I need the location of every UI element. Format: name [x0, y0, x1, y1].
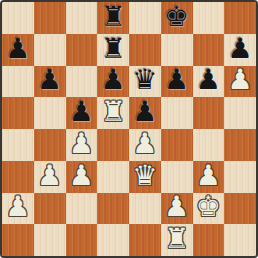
square-a2[interactable]: ♟ — [2, 193, 34, 225]
piece-black-pawn-f6[interactable]: ♟ — [164, 66, 189, 94]
piece-white-pawn-a2[interactable]: ♟ — [5, 193, 30, 221]
piece-white-queen-e3[interactable]: ♛ — [132, 162, 157, 190]
square-e4[interactable]: ♟ — [129, 129, 161, 161]
square-h7[interactable]: ♟ — [224, 34, 256, 66]
square-f7[interactable] — [161, 34, 193, 66]
piece-black-pawn-a7[interactable]: ♟ — [5, 35, 30, 63]
square-g3[interactable]: ♟ — [193, 161, 225, 193]
square-e5[interactable]: ♟ — [129, 97, 161, 129]
square-a7[interactable]: ♟ — [2, 34, 34, 66]
piece-white-pawn-h6[interactable]: ♟ — [228, 66, 253, 94]
square-a5[interactable] — [2, 97, 34, 129]
square-c1[interactable] — [66, 224, 98, 256]
square-a1[interactable] — [2, 224, 34, 256]
square-d8[interactable]: ♜ — [97, 2, 129, 34]
square-f5[interactable] — [161, 97, 193, 129]
square-h5[interactable] — [224, 97, 256, 129]
piece-black-pawn-d6[interactable]: ♟ — [101, 66, 126, 94]
piece-black-king-f8[interactable]: ♚ — [164, 3, 189, 31]
square-g5[interactable] — [193, 97, 225, 129]
piece-white-pawn-g3[interactable]: ♟ — [196, 162, 221, 190]
square-c6[interactable] — [66, 66, 98, 98]
piece-black-pawn-g6[interactable]: ♟ — [196, 66, 221, 94]
piece-black-rook-d7[interactable]: ♜ — [101, 35, 126, 63]
square-h1[interactable] — [224, 224, 256, 256]
square-h4[interactable] — [224, 129, 256, 161]
piece-black-pawn-h7[interactable]: ♟ — [228, 35, 253, 63]
piece-black-queen-e6[interactable]: ♛ — [132, 66, 157, 94]
square-d1[interactable] — [97, 224, 129, 256]
piece-black-pawn-c5[interactable]: ♟ — [69, 98, 94, 126]
square-b7[interactable] — [34, 34, 66, 66]
square-a8[interactable] — [2, 2, 34, 34]
square-g1[interactable] — [193, 224, 225, 256]
square-b3[interactable]: ♟ — [34, 161, 66, 193]
square-b2[interactable] — [34, 193, 66, 225]
square-e8[interactable] — [129, 2, 161, 34]
piece-white-pawn-b3[interactable]: ♟ — [37, 162, 62, 190]
square-g8[interactable] — [193, 2, 225, 34]
square-g2[interactable]: ♚ — [193, 193, 225, 225]
piece-white-rook-d5[interactable]: ♜ — [101, 98, 126, 126]
square-d5[interactable]: ♜ — [97, 97, 129, 129]
piece-white-pawn-f2[interactable]: ♟ — [164, 193, 189, 221]
square-a6[interactable] — [2, 66, 34, 98]
chess-board: ♜♚♟♜♟♟♟♛♟♟♟♟♜♟♟♟♟♟♛♟♟♟♚♜ — [0, 0, 258, 258]
piece-black-rook-d8[interactable]: ♜ — [101, 3, 126, 31]
square-d2[interactable] — [97, 193, 129, 225]
square-e3[interactable]: ♛ — [129, 161, 161, 193]
square-a3[interactable] — [2, 161, 34, 193]
square-h6[interactable]: ♟ — [224, 66, 256, 98]
square-h8[interactable] — [224, 2, 256, 34]
square-g4[interactable] — [193, 129, 225, 161]
square-d3[interactable] — [97, 161, 129, 193]
piece-white-pawn-c4[interactable]: ♟ — [69, 130, 94, 158]
piece-white-pawn-c3[interactable]: ♟ — [69, 162, 94, 190]
square-c4[interactable]: ♟ — [66, 129, 98, 161]
square-a4[interactable] — [2, 129, 34, 161]
square-f4[interactable] — [161, 129, 193, 161]
square-f8[interactable]: ♚ — [161, 2, 193, 34]
piece-white-rook-f1[interactable]: ♜ — [164, 225, 189, 253]
square-f2[interactable]: ♟ — [161, 193, 193, 225]
square-f6[interactable]: ♟ — [161, 66, 193, 98]
piece-black-pawn-b6[interactable]: ♟ — [37, 66, 62, 94]
piece-white-pawn-e4[interactable]: ♟ — [132, 130, 157, 158]
square-f3[interactable] — [161, 161, 193, 193]
square-c3[interactable]: ♟ — [66, 161, 98, 193]
square-d4[interactable] — [97, 129, 129, 161]
square-d7[interactable]: ♜ — [97, 34, 129, 66]
square-e6[interactable]: ♛ — [129, 66, 161, 98]
square-g6[interactable]: ♟ — [193, 66, 225, 98]
piece-black-pawn-e5[interactable]: ♟ — [132, 98, 157, 126]
square-c7[interactable] — [66, 34, 98, 66]
square-h2[interactable] — [224, 193, 256, 225]
square-e2[interactable] — [129, 193, 161, 225]
square-b4[interactable] — [34, 129, 66, 161]
square-b1[interactable] — [34, 224, 66, 256]
square-c8[interactable] — [66, 2, 98, 34]
square-d6[interactable]: ♟ — [97, 66, 129, 98]
square-h3[interactable] — [224, 161, 256, 193]
piece-white-king-g2[interactable]: ♚ — [196, 193, 221, 221]
square-b5[interactable] — [34, 97, 66, 129]
square-c2[interactable] — [66, 193, 98, 225]
square-b8[interactable] — [34, 2, 66, 34]
square-f1[interactable]: ♜ — [161, 224, 193, 256]
square-g7[interactable] — [193, 34, 225, 66]
square-e7[interactable] — [129, 34, 161, 66]
square-e1[interactable] — [129, 224, 161, 256]
square-b6[interactable]: ♟ — [34, 66, 66, 98]
square-c5[interactable]: ♟ — [66, 97, 98, 129]
